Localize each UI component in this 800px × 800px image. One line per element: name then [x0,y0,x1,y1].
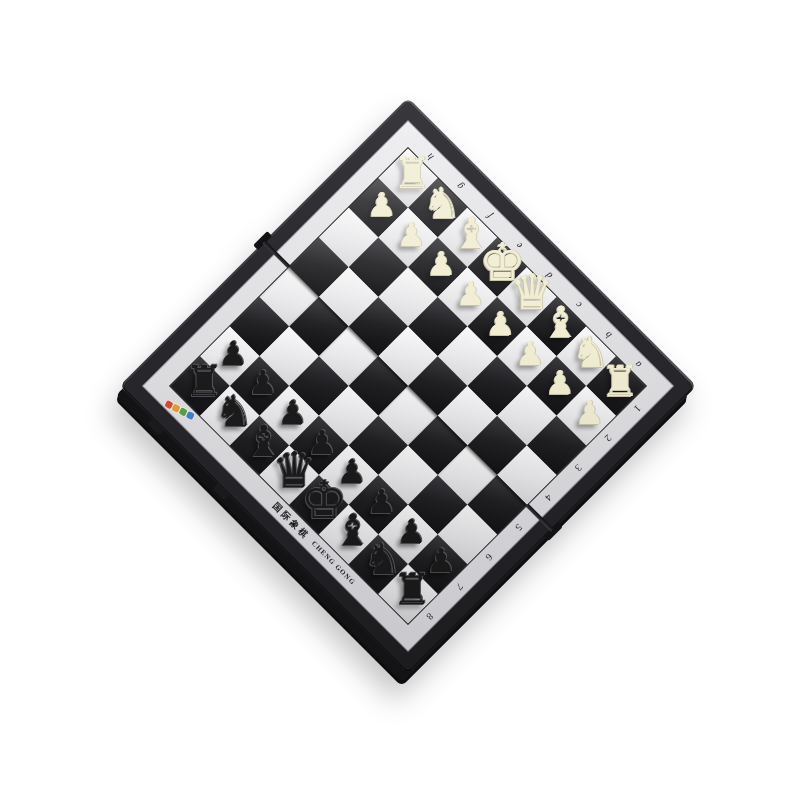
file-label-f: f [484,211,494,221]
file-label-e: e [514,240,525,251]
product-photo-scene: hgfedcba 12345678 国际象棋 CHENG GONG ♜♞♝♚♛♝… [0,0,800,800]
clasp-tab [212,482,230,500]
rank-label-5: 5 [513,521,524,532]
playing-field: ♜♞♝♚♛♝♞♜♟♟♟♟♟♟♟♟♟♟♟♟♟♟♟♟♜♞♝♛♚♝♞♜ [170,148,645,623]
white-pawn-c2[interactable]: ♟ [515,337,545,370]
clasp-tab [147,417,165,435]
file-label-h: h [424,151,435,162]
white-pawn-a2[interactable]: ♟ [575,396,605,429]
white-pawn-h2[interactable]: ♟ [367,188,397,221]
rank-label-3: 3 [573,462,584,473]
file-label-g: g [454,180,465,191]
white-pawn-d2[interactable]: ♟ [486,307,516,340]
white-rook-a1[interactable]: ♜ [601,360,640,403]
chess-board: hgfedcba 12345678 国际象棋 CHENG GONG ♜♞♝♚♛♝… [120,98,697,675]
rank-label-6: 6 [484,551,495,562]
black-rook-a8[interactable]: ♜ [393,568,432,611]
logo-tile-4 [186,410,195,419]
rank-label-7: 7 [454,580,465,591]
white-pawn-g2[interactable]: ♟ [396,218,426,251]
rank-label-4: 4 [543,491,554,502]
white-pawn-b2[interactable]: ♟ [545,366,575,399]
rank-label-2: 2 [602,432,613,443]
white-pawn-f2[interactable]: ♟ [426,247,456,280]
white-pawn-e2[interactable]: ♟ [456,277,486,310]
